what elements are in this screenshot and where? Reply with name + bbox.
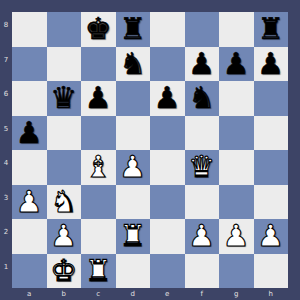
rank-label-4: 4 (0, 150, 12, 185)
square-g3[interactable] (219, 185, 254, 220)
white-bishop: ♝ (85, 150, 112, 185)
square-e5[interactable] (150, 116, 185, 151)
square-b5[interactable] (47, 116, 82, 151)
black-pawn: ♟ (257, 47, 284, 82)
square-c8[interactable]: ♚ (81, 12, 116, 47)
black-king: ♚ (85, 12, 112, 47)
white-knight: ♞ (50, 185, 77, 220)
square-g6[interactable] (219, 81, 254, 116)
square-d1[interactable] (116, 254, 151, 289)
square-h2[interactable]: ♟ (254, 219, 289, 254)
square-d7[interactable]: ♞ (116, 47, 151, 82)
square-d6[interactable] (116, 81, 151, 116)
square-h4[interactable] (254, 150, 289, 185)
square-e1[interactable] (150, 254, 185, 289)
square-c4[interactable]: ♝ (81, 150, 116, 185)
square-d8[interactable]: ♜ (116, 12, 151, 47)
square-h8[interactable]: ♜ (254, 12, 289, 47)
black-knight: ♞ (119, 47, 146, 82)
black-pawn: ♟ (85, 81, 112, 116)
square-h6[interactable] (254, 81, 289, 116)
rank-label-1: 1 (0, 254, 12, 289)
square-a6[interactable] (12, 81, 47, 116)
rank-label-6: 6 (0, 81, 12, 116)
file-label-e: e (150, 288, 185, 300)
rank-label-2: 2 (0, 219, 12, 254)
square-f3[interactable] (185, 185, 220, 220)
white-king: ♚ (50, 254, 77, 289)
square-g8[interactable] (219, 12, 254, 47)
white-pawn: ♟ (257, 219, 284, 254)
square-f5[interactable] (185, 116, 220, 151)
black-rook: ♜ (119, 12, 146, 47)
file-label-b: b (47, 288, 82, 300)
black-pawn: ♟ (188, 47, 215, 82)
square-c7[interactable] (81, 47, 116, 82)
square-a1[interactable] (12, 254, 47, 289)
square-h7[interactable]: ♟ (254, 47, 289, 82)
rank-label-5: 5 (0, 116, 12, 151)
file-label-h: h (254, 288, 289, 300)
white-pawn: ♟ (223, 219, 250, 254)
square-h5[interactable] (254, 116, 289, 151)
square-e2[interactable] (150, 219, 185, 254)
square-g7[interactable]: ♟ (219, 47, 254, 82)
white-pawn: ♟ (50, 219, 77, 254)
square-d2[interactable]: ♜ (116, 219, 151, 254)
white-rook: ♜ (85, 254, 112, 289)
square-b3[interactable]: ♞ (47, 185, 82, 220)
square-c2[interactable] (81, 219, 116, 254)
square-a5[interactable]: ♟ (12, 116, 47, 151)
square-e4[interactable] (150, 150, 185, 185)
square-a3[interactable]: ♟ (12, 185, 47, 220)
square-d4[interactable]: ♟ (116, 150, 151, 185)
file-label-g: g (219, 288, 254, 300)
square-b4[interactable] (47, 150, 82, 185)
rank-label-3: 3 (0, 185, 12, 220)
file-label-f: f (185, 288, 220, 300)
file-label-a: a (12, 288, 47, 300)
black-knight: ♞ (188, 81, 215, 116)
chess-board: ♚♜♜♞♟♟♟♛♟♟♞♟♝♟♛♟♞♟♜♟♟♟♚♜ (12, 12, 288, 288)
square-f4[interactable]: ♛ (185, 150, 220, 185)
square-e7[interactable] (150, 47, 185, 82)
square-g5[interactable] (219, 116, 254, 151)
rank-labels: 87654321 (0, 12, 12, 288)
black-pawn: ♟ (223, 47, 250, 82)
rank-label-8: 8 (0, 12, 12, 47)
square-e8[interactable] (150, 12, 185, 47)
square-d5[interactable] (116, 116, 151, 151)
square-d3[interactable] (116, 185, 151, 220)
square-b8[interactable] (47, 12, 82, 47)
square-f6[interactable]: ♞ (185, 81, 220, 116)
square-a7[interactable] (12, 47, 47, 82)
black-rook: ♜ (257, 12, 284, 47)
black-pawn: ♟ (154, 81, 181, 116)
chess-board-frame: 87654321 abcdefgh ♚♜♜♞♟♟♟♛♟♟♞♟♝♟♛♟♞♟♜♟♟♟… (0, 0, 300, 300)
square-f7[interactable]: ♟ (185, 47, 220, 82)
square-h3[interactable] (254, 185, 289, 220)
square-g2[interactable]: ♟ (219, 219, 254, 254)
square-b6[interactable]: ♛ (47, 81, 82, 116)
square-b1[interactable]: ♚ (47, 254, 82, 289)
rank-label-7: 7 (0, 47, 12, 82)
square-e3[interactable] (150, 185, 185, 220)
white-pawn: ♟ (188, 219, 215, 254)
file-labels: abcdefgh (12, 288, 288, 300)
square-f1[interactable] (185, 254, 220, 289)
square-f8[interactable] (185, 12, 220, 47)
square-c5[interactable] (81, 116, 116, 151)
white-rook: ♜ (119, 219, 146, 254)
square-c6[interactable]: ♟ (81, 81, 116, 116)
file-label-d: d (116, 288, 151, 300)
square-a2[interactable] (12, 219, 47, 254)
square-b2[interactable]: ♟ (47, 219, 82, 254)
square-a8[interactable] (12, 12, 47, 47)
white-queen: ♛ (188, 150, 215, 185)
square-c1[interactable]: ♜ (81, 254, 116, 289)
square-g1[interactable] (219, 254, 254, 289)
black-pawn: ♟ (16, 116, 43, 151)
white-pawn: ♟ (16, 185, 43, 220)
square-g4[interactable] (219, 150, 254, 185)
square-b7[interactable] (47, 47, 82, 82)
square-f2[interactable]: ♟ (185, 219, 220, 254)
file-label-c: c (81, 288, 116, 300)
square-h1[interactable] (254, 254, 289, 289)
square-a4[interactable] (12, 150, 47, 185)
square-c3[interactable] (81, 185, 116, 220)
black-queen: ♛ (50, 81, 77, 116)
white-pawn: ♟ (119, 150, 146, 185)
square-e6[interactable]: ♟ (150, 81, 185, 116)
